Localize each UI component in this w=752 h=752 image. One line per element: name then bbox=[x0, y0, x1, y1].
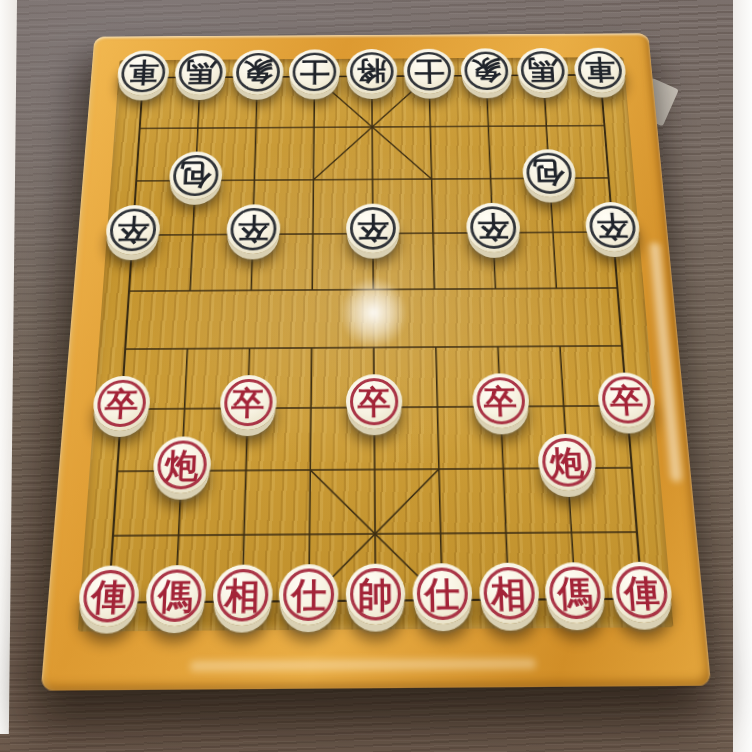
piece-black-cannon[interactable]: 包 bbox=[522, 149, 578, 197]
board-frame: 車馬象士將士象馬車包包卒卒卒卒卒卒卒卒卒卒炮炮俥傌相仕帥仕相傌俥 bbox=[41, 33, 711, 690]
piece-red-soldier[interactable]: 卒 bbox=[596, 372, 657, 427]
piece-character: 相 bbox=[478, 563, 540, 625]
piece-character: 象 bbox=[231, 50, 283, 95]
piece-red-soldier[interactable]: 卒 bbox=[91, 376, 151, 431]
piece-character: 士 bbox=[403, 49, 455, 94]
piece-character: 傌 bbox=[144, 565, 206, 627]
piece-black-horse[interactable]: 馬 bbox=[174, 50, 227, 95]
piece-character: 仕 bbox=[279, 564, 339, 626]
piece-red-advisor[interactable]: 仕 bbox=[279, 564, 339, 626]
piece-black-soldier[interactable]: 卒 bbox=[465, 203, 521, 253]
piece-red-elephant[interactable]: 相 bbox=[478, 563, 540, 625]
piece-character: 士 bbox=[289, 49, 340, 94]
table-edge-left bbox=[0, 0, 17, 734]
piece-red-chariot[interactable]: 俥 bbox=[610, 562, 674, 624]
piece-black-advisor[interactable]: 士 bbox=[289, 49, 340, 94]
piece-character: 象 bbox=[460, 48, 513, 93]
piece-character: 將 bbox=[346, 49, 397, 94]
piece-red-general[interactable]: 帥 bbox=[346, 564, 406, 626]
piece-character: 包 bbox=[168, 151, 223, 199]
piece-red-horse[interactable]: 傌 bbox=[544, 562, 607, 624]
piece-black-advisor[interactable]: 士 bbox=[403, 49, 455, 94]
piece-character: 帥 bbox=[346, 564, 406, 626]
piece-character: 卒 bbox=[465, 203, 521, 253]
piece-character: 包 bbox=[522, 149, 578, 197]
piece-character: 車 bbox=[573, 48, 627, 93]
piece-red-cannon[interactable]: 炮 bbox=[152, 436, 212, 493]
piece-red-soldier[interactable]: 卒 bbox=[346, 374, 403, 429]
piece-red-soldier[interactable]: 卒 bbox=[219, 375, 277, 430]
piece-character: 相 bbox=[211, 564, 272, 626]
piece-character: 馬 bbox=[516, 48, 570, 93]
piece-red-cannon[interactable]: 炮 bbox=[537, 434, 598, 491]
piece-character: 卒 bbox=[346, 203, 400, 253]
piece-character: 卒 bbox=[346, 374, 403, 429]
piece-character: 俥 bbox=[610, 562, 674, 624]
piece-black-chariot[interactable]: 車 bbox=[116, 50, 170, 95]
piece-character: 卒 bbox=[91, 376, 151, 431]
frame-sheen-bottom bbox=[189, 659, 536, 672]
pieces-layer: 車馬象士將士象馬車包包卒卒卒卒卒卒卒卒卒卒炮炮俥傌相仕帥仕相傌俥 bbox=[78, 57, 674, 631]
piece-black-elephant[interactable]: 象 bbox=[460, 48, 513, 93]
piece-black-general[interactable]: 將 bbox=[346, 49, 397, 94]
xiangqi-board: 車馬象士將士象馬車包包卒卒卒卒卒卒卒卒卒卒炮炮俥傌相仕帥仕相傌俥 bbox=[41, 33, 711, 690]
piece-character: 卒 bbox=[471, 373, 530, 428]
piece-black-soldier[interactable]: 卒 bbox=[104, 205, 161, 255]
piece-character: 炮 bbox=[537, 434, 598, 491]
piece-character: 車 bbox=[116, 50, 170, 95]
piece-red-chariot[interactable]: 俥 bbox=[77, 565, 141, 627]
piece-character: 卒 bbox=[584, 202, 641, 252]
piece-black-elephant[interactable]: 象 bbox=[231, 50, 283, 95]
piece-black-horse[interactable]: 馬 bbox=[516, 48, 570, 93]
table-edge-right bbox=[733, 0, 752, 752]
piece-red-elephant[interactable]: 相 bbox=[211, 564, 272, 626]
piece-character: 馬 bbox=[174, 50, 227, 95]
piece-black-soldier[interactable]: 卒 bbox=[346, 203, 400, 253]
piece-character: 傌 bbox=[544, 562, 607, 624]
piece-black-cannon[interactable]: 包 bbox=[168, 151, 223, 199]
piece-character: 卒 bbox=[225, 204, 280, 254]
piece-character: 仕 bbox=[412, 563, 473, 625]
piece-black-chariot[interactable]: 車 bbox=[573, 48, 627, 93]
board-playing-field[interactable]: 車馬象士將士象馬車包包卒卒卒卒卒卒卒卒卒卒炮炮俥傌相仕帥仕相傌俥 bbox=[78, 57, 674, 631]
piece-character: 卒 bbox=[596, 372, 657, 427]
piece-character: 俥 bbox=[77, 565, 141, 627]
piece-character: 卒 bbox=[104, 205, 161, 255]
piece-character: 炮 bbox=[152, 436, 212, 493]
piece-red-soldier[interactable]: 卒 bbox=[471, 373, 530, 428]
piece-character: 卒 bbox=[219, 375, 277, 430]
piece-black-soldier[interactable]: 卒 bbox=[225, 204, 280, 254]
piece-red-advisor[interactable]: 仕 bbox=[412, 563, 473, 625]
piece-red-horse[interactable]: 傌 bbox=[144, 565, 206, 627]
piece-black-soldier[interactable]: 卒 bbox=[584, 202, 641, 252]
photo-scene: 車馬象士將士象馬車包包卒卒卒卒卒卒卒卒卒卒炮炮俥傌相仕帥仕相傌俥 bbox=[0, 0, 752, 752]
